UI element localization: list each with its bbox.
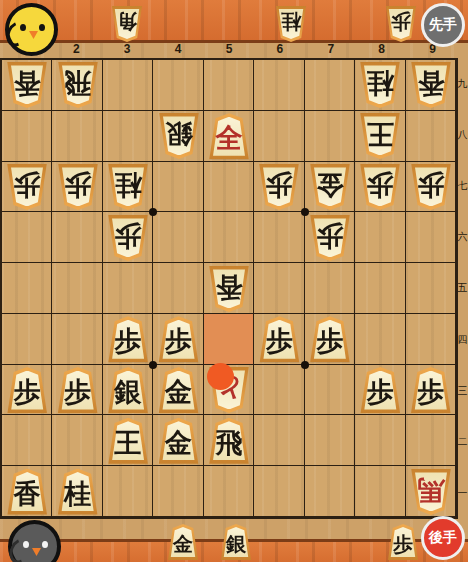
board-square[interactable] (305, 60, 355, 111)
board-square[interactable] (406, 212, 456, 263)
star-point (149, 361, 157, 369)
rank-label: 九 (457, 58, 468, 109)
board-square[interactable] (2, 415, 52, 466)
file-label: 3 (102, 41, 153, 57)
board-square[interactable] (204, 212, 254, 263)
board-square[interactable] (305, 466, 355, 517)
rank-labels: 九八七六五四三二一 (457, 58, 468, 519)
highlighted-square[interactable] (204, 314, 254, 365)
board-square[interactable] (52, 415, 102, 466)
shogi-app: 123456789 九八七六五四三二一 香飛桂香銀全王歩歩桂歩金歩歩歩歩香歩歩歩… (0, 0, 468, 562)
rank-label: 八 (457, 109, 468, 160)
rank-label: 二 (457, 417, 468, 468)
board-square[interactable] (103, 111, 153, 162)
board-grid: 香飛桂香銀全王歩歩桂歩金歩歩歩歩香歩歩歩歩歩歩銀金と歩歩王金飛香桂馬 (0, 58, 458, 519)
board-square[interactable] (355, 212, 405, 263)
chick-beak-icon (29, 31, 38, 39)
star-point (301, 208, 309, 216)
board-square[interactable] (254, 415, 304, 466)
board-square[interactable] (2, 111, 52, 162)
board-square[interactable] (2, 212, 52, 263)
board-square[interactable] (254, 466, 304, 517)
file-label: 6 (254, 41, 305, 57)
board-square[interactable] (355, 314, 405, 365)
board-square[interactable] (254, 263, 304, 314)
chick-beak-icon (32, 548, 41, 556)
board-square[interactable] (204, 162, 254, 213)
file-label: 2 (51, 41, 102, 57)
rank-label: 一 (457, 468, 468, 519)
hand-piece-銀[interactable]: 銀 (220, 524, 252, 560)
chick-wing-icon (5, 535, 34, 562)
board-square[interactable] (153, 263, 203, 314)
board-square[interactable] (2, 314, 52, 365)
player-avatar-gote (8, 520, 61, 562)
file-label: 7 (305, 41, 356, 57)
star-point (301, 361, 309, 369)
board-square[interactable] (103, 263, 153, 314)
rank-label: 三 (457, 365, 468, 416)
piece-glyph: 金 (167, 524, 199, 560)
board-square[interactable] (254, 60, 304, 111)
board-square[interactable] (103, 466, 153, 517)
board-square[interactable] (305, 415, 355, 466)
rank-label: 四 (457, 314, 468, 365)
board-square[interactable] (52, 263, 102, 314)
board-square[interactable] (2, 263, 52, 314)
gote-badge: 後手 (421, 516, 465, 560)
chick-eye-icon (42, 541, 48, 548)
board-square[interactable] (305, 365, 355, 416)
board-square[interactable] (355, 415, 405, 466)
chick-eye-icon (23, 541, 29, 548)
board-square[interactable] (305, 263, 355, 314)
file-label: 4 (153, 41, 204, 57)
chick-eye-icon (39, 24, 45, 31)
piece-glyph: 銀 (220, 524, 252, 560)
file-labels: 123456789 (0, 41, 458, 57)
board-square[interactable] (406, 111, 456, 162)
board-square[interactable] (355, 263, 405, 314)
rank-label: 五 (457, 263, 468, 314)
board-square[interactable] (52, 111, 102, 162)
file-label: 5 (204, 41, 255, 57)
file-label: 8 (356, 41, 407, 57)
board-square[interactable] (52, 314, 102, 365)
hand-piece-金[interactable]: 金 (167, 524, 199, 560)
board-square[interactable] (406, 263, 456, 314)
rank-label: 七 (457, 160, 468, 211)
board-square[interactable] (406, 314, 456, 365)
board-square[interactable] (355, 466, 405, 517)
board-square[interactable] (204, 466, 254, 517)
hand-piece-歩[interactable]: 歩 (387, 524, 419, 560)
board-square[interactable] (153, 212, 203, 263)
board-square[interactable] (153, 162, 203, 213)
rank-label: 六 (457, 212, 468, 263)
board-square[interactable] (153, 60, 203, 111)
chick-eye-icon (20, 24, 26, 31)
board-square[interactable] (204, 60, 254, 111)
board-square[interactable] (52, 212, 102, 263)
board-square[interactable] (406, 415, 456, 466)
board-square[interactable] (254, 111, 304, 162)
board-square[interactable] (103, 60, 153, 111)
player-avatar-sente (5, 3, 58, 56)
sente-badge: 先手 (421, 3, 465, 47)
board-square[interactable] (254, 365, 304, 416)
board-square[interactable] (153, 466, 203, 517)
board-square[interactable] (305, 111, 355, 162)
piece-glyph: 歩 (387, 524, 419, 560)
board-square[interactable] (254, 212, 304, 263)
